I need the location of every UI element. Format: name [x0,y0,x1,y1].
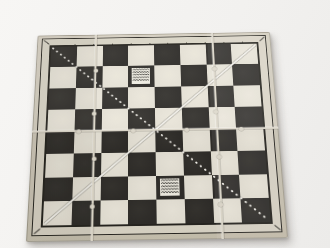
square-g6 [207,85,235,107]
square-g4 [209,129,237,152]
square-g2 [211,174,240,198]
square-g8 [205,44,232,65]
square-c5 [101,108,128,130]
square-g5 [208,107,236,129]
square-h7 [232,64,260,85]
square-g3 [210,151,239,175]
square-e7 [154,65,181,86]
square-f7 [180,65,207,86]
square-b1 [71,200,100,225]
square-d7 [128,66,154,87]
square-f3 [183,152,211,176]
square-b2 [72,176,100,200]
square-a4 [46,131,74,154]
square-h6 [234,85,262,107]
board-grid [43,44,271,226]
photo-background: 1234567891011 1234567891011 ABCDEFGHJKL … [0,0,330,248]
square-h3 [238,151,267,175]
square-c2 [100,176,128,200]
square-g1 [213,198,243,223]
square-a7 [49,67,76,88]
square-h4 [236,128,265,151]
square-f4 [182,129,210,152]
square-b7 [76,66,103,87]
square-a8 [50,46,77,67]
square-b6 [75,87,102,109]
square-a1 [43,201,72,226]
square-e2 [156,175,184,199]
square-b8 [76,46,102,67]
square-e5 [155,107,182,129]
square-f6 [181,86,208,108]
square-e4 [155,129,183,152]
square-g7 [206,64,233,85]
square-e3 [156,152,184,176]
square-h1 [241,198,271,223]
square-d8 [128,45,154,66]
hatch-mark-e2 [160,178,180,196]
square-d3 [128,152,156,176]
game-board: 1234567891011 1234567891011 ABCDEFGHJKL … [26,32,288,242]
inner-frame [41,42,273,227]
square-c7 [102,66,128,87]
square-f8 [180,44,207,65]
square-h8 [231,44,258,65]
square-e6 [155,86,182,108]
square-a2 [44,177,73,201]
square-e1 [156,199,185,224]
square-d4 [128,130,155,153]
square-h5 [235,106,263,128]
square-a5 [47,109,75,131]
square-d1 [128,199,156,224]
square-a3 [45,154,73,178]
square-d2 [128,176,156,200]
square-b5 [74,109,101,131]
square-c6 [102,87,129,109]
square-b4 [74,131,102,154]
square-h2 [239,174,269,198]
hatch-mark-d7 [132,68,150,84]
square-d5 [128,108,155,130]
square-b3 [73,153,101,177]
square-c1 [100,200,128,225]
square-c4 [101,130,128,153]
square-e8 [154,45,180,66]
square-c3 [101,153,129,177]
square-f2 [184,175,213,199]
square-f1 [184,198,213,223]
square-a6 [48,88,75,110]
square-d6 [128,86,155,108]
board-frame: 1234567891011 1234567891011 ABCDEFGHJKL … [31,35,282,236]
square-f5 [182,107,210,129]
square-c8 [102,46,128,67]
